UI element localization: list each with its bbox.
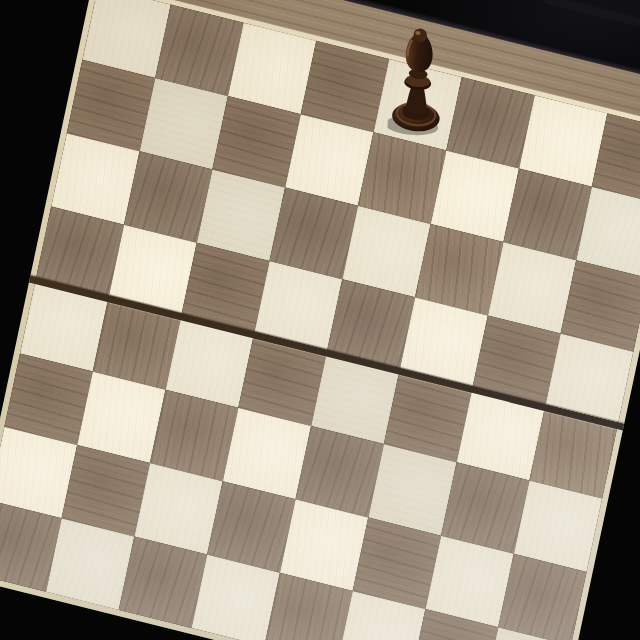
- bishop-icon: [387, 24, 448, 139]
- black-bishop[interactable]: [387, 24, 448, 139]
- chess-board: [0, 0, 640, 640]
- chessboard-photo-scene: [0, 0, 640, 640]
